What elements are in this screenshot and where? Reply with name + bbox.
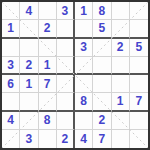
cell-r8c7[interactable] — [112, 130, 130, 148]
cell-r2c5[interactable] — [75, 20, 93, 38]
cell-r7c2[interactable] — [20, 112, 38, 130]
cell-r2c7[interactable] — [112, 20, 130, 38]
cell-r3c3[interactable] — [39, 39, 57, 57]
cell-r4c4[interactable] — [57, 57, 75, 75]
cell-r5c1[interactable]: 6 — [2, 75, 20, 93]
cell-r5c6[interactable] — [93, 75, 111, 93]
cell-r1c8[interactable] — [130, 2, 148, 20]
cell-r4c7[interactable] — [112, 57, 130, 75]
cell-r1c4[interactable]: 3 — [57, 2, 75, 20]
cell-r6c7[interactable]: 1 — [112, 93, 130, 111]
cell-r5c7[interactable] — [112, 75, 130, 93]
cell-r3c5[interactable]: 3 — [75, 39, 93, 57]
cell-r4c1[interactable]: 3 — [2, 57, 20, 75]
cell-r6c2[interactable] — [20, 93, 38, 111]
cell-r2c8[interactable] — [130, 20, 148, 38]
cell-r5c3[interactable]: 7 — [39, 75, 57, 93]
cell-r2c4[interactable] — [57, 20, 75, 38]
cell-r3c7[interactable]: 2 — [112, 39, 130, 57]
cell-r6c5[interactable]: 8 — [75, 93, 93, 111]
sudoku-grid: 43181253253216178174823247 — [2, 2, 148, 148]
cell-r8c8[interactable] — [130, 130, 148, 148]
cell-r7c4[interactable] — [57, 112, 75, 130]
cell-r7c3[interactable]: 8 — [39, 112, 57, 130]
cell-r7c5[interactable] — [75, 112, 93, 130]
cell-r8c5[interactable]: 4 — [75, 130, 93, 148]
cell-r1c3[interactable] — [39, 2, 57, 20]
cell-r1c5[interactable]: 1 — [75, 2, 93, 20]
cell-r5c4[interactable] — [57, 75, 75, 93]
cell-r5c8[interactable] — [130, 75, 148, 93]
cell-r2c3[interactable]: 2 — [39, 20, 57, 38]
cell-r4c2[interactable]: 2 — [20, 57, 38, 75]
cell-r2c1[interactable]: 1 — [2, 20, 20, 38]
cell-r3c6[interactable] — [93, 39, 111, 57]
cell-r5c5[interactable] — [75, 75, 93, 93]
cell-r6c1[interactable] — [2, 93, 20, 111]
cell-r4c6[interactable] — [93, 57, 111, 75]
cell-r8c6[interactable]: 7 — [93, 130, 111, 148]
cell-r1c7[interactable] — [112, 2, 130, 20]
cell-r6c3[interactable] — [39, 93, 57, 111]
cell-r6c8[interactable]: 7 — [130, 93, 148, 111]
cell-r1c2[interactable]: 4 — [20, 2, 38, 20]
cell-r3c8[interactable]: 5 — [130, 39, 148, 57]
cell-r5c2[interactable]: 1 — [20, 75, 38, 93]
cell-r4c3[interactable]: 1 — [39, 57, 57, 75]
cell-r8c3[interactable] — [39, 130, 57, 148]
cell-r8c4[interactable]: 2 — [57, 130, 75, 148]
cell-r4c8[interactable] — [130, 57, 148, 75]
cell-r7c1[interactable]: 4 — [2, 112, 20, 130]
cell-r7c7[interactable] — [112, 112, 130, 130]
cell-r7c6[interactable]: 2 — [93, 112, 111, 130]
cell-r6c4[interactable] — [57, 93, 75, 111]
cell-r7c8[interactable] — [130, 112, 148, 130]
cell-r8c1[interactable] — [2, 130, 20, 148]
cell-r1c1[interactable] — [2, 2, 20, 20]
cell-r3c2[interactable] — [20, 39, 38, 57]
cell-r4c5[interactable] — [75, 57, 93, 75]
cell-r3c4[interactable] — [57, 39, 75, 57]
cell-r2c2[interactable] — [20, 20, 38, 38]
cell-r1c6[interactable]: 8 — [93, 2, 111, 20]
cell-r3c1[interactable] — [2, 39, 20, 57]
cell-r2c6[interactable]: 5 — [93, 20, 111, 38]
sudoku-board: 43181253253216178174823247 — [0, 0, 150, 150]
cell-r8c2[interactable]: 3 — [20, 130, 38, 148]
cell-r6c6[interactable] — [93, 93, 111, 111]
